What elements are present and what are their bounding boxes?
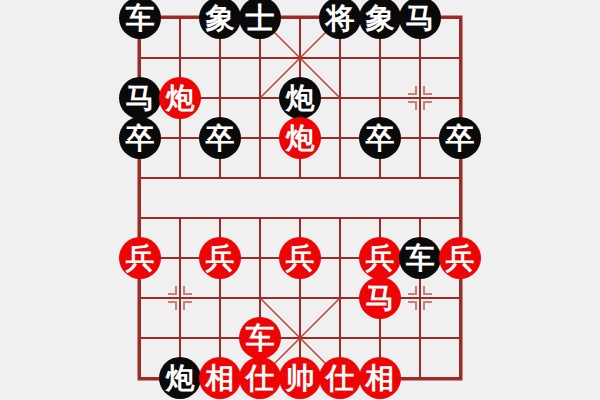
red-piece-disc: 仕 (239, 357, 281, 399)
black-piece-disc: 将 (319, 0, 361, 39)
red-piece-disc: 炮 (159, 77, 201, 119)
piece-red-pawn-c[interactable]: 兵 (280, 238, 320, 278)
piece-red-advisor-left[interactable]: 仕 (240, 358, 280, 398)
piece-red-horse[interactable]: 马 (360, 278, 400, 318)
black-piece-disc: 卒 (439, 117, 481, 159)
piece-black-advisor[interactable]: 士 (240, 0, 280, 38)
piece-red-general[interactable]: 帅 (280, 358, 320, 398)
piece-red-chariot[interactable]: 车 (240, 318, 280, 358)
piece-red-pawn-d[interactable]: 兵 (360, 238, 400, 278)
piece-black-pawn-d[interactable]: 卒 (440, 118, 480, 158)
piece-red-cannon-left[interactable]: 炮 (160, 78, 200, 118)
piece-red-elephant-left[interactable]: 相 (200, 358, 240, 398)
red-piece-disc: 兵 (119, 237, 161, 279)
piece-black-general[interactable]: 将 (320, 0, 360, 38)
piece-red-pawn-b[interactable]: 兵 (200, 238, 240, 278)
red-piece-disc: 仕 (319, 357, 361, 399)
black-piece-disc: 炮 (159, 357, 201, 399)
piece-black-cannon-deep[interactable]: 炮 (160, 358, 200, 398)
black-piece-disc: 卒 (199, 117, 241, 159)
black-piece-disc: 车 (399, 237, 441, 279)
piece-black-horse-right[interactable]: 马 (400, 0, 440, 38)
black-piece-disc: 士 (239, 0, 281, 39)
red-piece-disc: 炮 (279, 117, 321, 159)
red-piece-disc: 兵 (359, 237, 401, 279)
black-piece-disc: 卒 (359, 117, 401, 159)
piece-red-elephant-right[interactable]: 相 (360, 358, 400, 398)
xiangqi-board[interactable]: 车象士将象马马炮炮卒卒炮卒卒兵兵兵兵车兵马车炮相仕帅仕相 (120, 0, 480, 398)
xiangqi-app: 车象士将象马马炮炮卒卒炮卒卒兵兵兵兵车兵马车炮相仕帅仕相 (0, 0, 600, 400)
red-piece-disc: 兵 (199, 237, 241, 279)
black-piece-disc: 象 (359, 0, 401, 39)
piece-black-pawn-b[interactable]: 卒 (200, 118, 240, 158)
piece-black-chariot-left[interactable]: 车 (120, 0, 160, 38)
black-piece-disc: 象 (199, 0, 241, 39)
red-piece-disc: 相 (359, 357, 401, 399)
red-piece-disc: 相 (199, 357, 241, 399)
piece-black-elephant-right[interactable]: 象 (360, 0, 400, 38)
piece-black-pawn-a[interactable]: 卒 (120, 118, 160, 158)
red-piece-disc: 车 (239, 317, 281, 359)
black-piece-disc: 马 (119, 77, 161, 119)
piece-black-elephant-left[interactable]: 象 (200, 0, 240, 38)
red-piece-disc: 马 (359, 277, 401, 319)
piece-red-advisor-right[interactable]: 仕 (320, 358, 360, 398)
black-piece-disc: 卒 (119, 117, 161, 159)
piece-red-cannon-center[interactable]: 炮 (280, 118, 320, 158)
piece-red-pawn-a[interactable]: 兵 (120, 238, 160, 278)
piece-red-pawn-e[interactable]: 兵 (440, 238, 480, 278)
piece-black-pawn-c[interactable]: 卒 (360, 118, 400, 158)
black-piece-disc: 马 (399, 0, 441, 39)
piece-black-chariot-right[interactable]: 车 (400, 238, 440, 278)
red-piece-disc: 帅 (279, 357, 321, 399)
black-piece-disc: 车 (119, 0, 161, 39)
piece-black-horse-left[interactable]: 马 (120, 78, 160, 118)
red-piece-disc: 兵 (279, 237, 321, 279)
piece-black-cannon-center[interactable]: 炮 (280, 78, 320, 118)
red-piece-disc: 兵 (439, 237, 481, 279)
black-piece-disc: 炮 (279, 77, 321, 119)
